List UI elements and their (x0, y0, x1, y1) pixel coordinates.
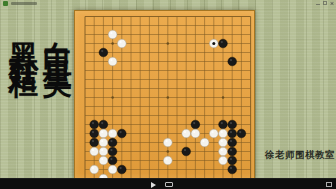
app-icon (3, 1, 8, 6)
black-player-column: 黑朴廷桓 (9, 19, 38, 179)
window-controls[interactable] (316, 1, 334, 5)
fullscreen-icon[interactable] (326, 182, 332, 187)
player-bar[interactable] (0, 178, 336, 189)
minimize-icon[interactable] (316, 1, 320, 5)
close-icon[interactable] (330, 1, 334, 5)
watermark-text: 徐老师围棋教室 (265, 149, 335, 162)
video-frame: 黑朴廷桓 白王星昊 徐老师围棋教室 (0, 0, 336, 189)
go-board (74, 10, 255, 179)
goban-grid (75, 11, 254, 178)
window-title-text (11, 2, 37, 5)
play-icon[interactable] (151, 182, 156, 188)
danmaku-icon[interactable] (165, 182, 173, 187)
maximize-icon[interactable] (323, 1, 327, 5)
white-player-column: 白王星昊 (43, 19, 72, 179)
window-titlebar (0, 0, 336, 7)
